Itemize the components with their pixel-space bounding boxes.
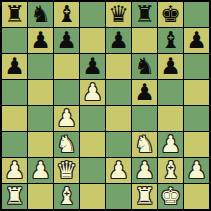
square-e2[interactable]: ♟	[106, 158, 131, 183]
square-f4[interactable]	[132, 106, 157, 131]
white-pawn-icon[interactable]: ♟	[56, 106, 77, 131]
white-rook-icon[interactable]: ♜	[4, 184, 25, 209]
square-d2[interactable]	[80, 158, 105, 183]
square-g8[interactable]: ♚	[158, 2, 183, 27]
square-g5[interactable]	[158, 80, 183, 105]
square-h6[interactable]	[184, 54, 209, 79]
square-g1[interactable]: ♚	[158, 184, 183, 209]
square-e7[interactable]: ♟	[106, 28, 131, 53]
square-f6[interactable]: ♞	[132, 54, 157, 79]
white-pawn-icon[interactable]: ♟	[134, 158, 155, 183]
square-d3[interactable]	[80, 132, 105, 157]
square-a1[interactable]: ♜	[2, 184, 27, 209]
white-bishop-icon[interactable]: ♝	[160, 158, 181, 183]
square-b6[interactable]	[28, 54, 53, 79]
square-d6[interactable]: ♟	[80, 54, 105, 79]
square-a5[interactable]	[2, 80, 27, 105]
square-c7[interactable]: ♟	[54, 28, 79, 53]
black-pawn-icon[interactable]: ♟	[82, 54, 103, 79]
square-c5[interactable]	[54, 80, 79, 105]
square-f8[interactable]: ♜	[132, 2, 157, 27]
square-e1[interactable]	[106, 184, 131, 209]
black-knight-icon[interactable]: ♞	[134, 54, 155, 79]
chess-board: ♜♞♝♛♜♚♟♟♟♝♟♟♟♞♟♟♟♟♞♞♟♟♟♛♟♟♝♟♜♝♜♚	[0, 0, 211, 211]
black-knight-icon[interactable]: ♞	[30, 2, 51, 27]
square-f3[interactable]: ♞	[132, 132, 157, 157]
white-knight-icon[interactable]: ♞	[134, 132, 155, 157]
square-a4[interactable]	[2, 106, 27, 131]
square-h3[interactable]	[184, 132, 209, 157]
square-h1[interactable]	[184, 184, 209, 209]
square-a7[interactable]	[2, 28, 27, 53]
square-h5[interactable]	[184, 80, 209, 105]
white-king-icon[interactable]: ♚	[160, 184, 181, 209]
square-b4[interactable]	[28, 106, 53, 131]
square-f7[interactable]	[132, 28, 157, 53]
square-f5[interactable]: ♟	[132, 80, 157, 105]
square-a6[interactable]: ♟	[2, 54, 27, 79]
white-knight-icon[interactable]: ♞	[56, 132, 77, 157]
square-h7[interactable]: ♟	[184, 28, 209, 53]
black-pawn-icon[interactable]: ♟	[160, 54, 181, 79]
white-bishop-icon[interactable]: ♝	[56, 184, 77, 209]
square-a3[interactable]	[2, 132, 27, 157]
black-pawn-icon[interactable]: ♟	[134, 80, 155, 105]
square-d7[interactable]	[80, 28, 105, 53]
square-c4[interactable]: ♟	[54, 106, 79, 131]
white-queen-icon[interactable]: ♛	[56, 158, 77, 183]
square-d5[interactable]: ♟	[80, 80, 105, 105]
black-rook-icon[interactable]: ♜	[134, 2, 155, 27]
square-f2[interactable]: ♟	[132, 158, 157, 183]
white-pawn-icon[interactable]: ♟	[160, 132, 181, 157]
black-pawn-icon[interactable]: ♟	[186, 28, 207, 53]
white-pawn-icon[interactable]: ♟	[186, 158, 207, 183]
black-pawn-icon[interactable]: ♟	[30, 28, 51, 53]
square-g3[interactable]: ♟	[158, 132, 183, 157]
square-b7[interactable]: ♟	[28, 28, 53, 53]
square-g6[interactable]: ♟	[158, 54, 183, 79]
square-c2[interactable]: ♛	[54, 158, 79, 183]
black-pawn-icon[interactable]: ♟	[4, 54, 25, 79]
square-e8[interactable]: ♛	[106, 2, 131, 27]
square-g7[interactable]: ♝	[158, 28, 183, 53]
square-b5[interactable]	[28, 80, 53, 105]
square-c3[interactable]: ♞	[54, 132, 79, 157]
square-h4[interactable]	[184, 106, 209, 131]
black-rook-icon[interactable]: ♜	[4, 2, 25, 27]
square-g4[interactable]	[158, 106, 183, 131]
black-pawn-icon[interactable]: ♟	[108, 28, 129, 53]
square-d8[interactable]	[80, 2, 105, 27]
square-c1[interactable]: ♝	[54, 184, 79, 209]
square-e6[interactable]	[106, 54, 131, 79]
white-pawn-icon[interactable]: ♟	[4, 158, 25, 183]
square-g2[interactable]: ♝	[158, 158, 183, 183]
square-c6[interactable]	[54, 54, 79, 79]
black-bishop-icon[interactable]: ♝	[56, 2, 77, 27]
square-b8[interactable]: ♞	[28, 2, 53, 27]
white-rook-icon[interactable]: ♜	[134, 184, 155, 209]
black-queen-icon[interactable]: ♛	[108, 2, 129, 27]
square-d1[interactable]	[80, 184, 105, 209]
black-king-icon[interactable]: ♚	[160, 2, 181, 27]
white-pawn-icon[interactable]: ♟	[108, 158, 129, 183]
white-pawn-icon[interactable]: ♟	[30, 158, 51, 183]
black-pawn-icon[interactable]: ♟	[56, 28, 77, 53]
square-h8[interactable]	[184, 2, 209, 27]
square-h2[interactable]: ♟	[184, 158, 209, 183]
square-e3[interactable]	[106, 132, 131, 157]
square-b3[interactable]	[28, 132, 53, 157]
square-f1[interactable]: ♜	[132, 184, 157, 209]
square-b1[interactable]	[28, 184, 53, 209]
black-bishop-icon[interactable]: ♝	[160, 28, 181, 53]
square-e5[interactable]	[106, 80, 131, 105]
square-c8[interactable]: ♝	[54, 2, 79, 27]
square-e4[interactable]	[106, 106, 131, 131]
square-d4[interactable]	[80, 106, 105, 131]
square-a8[interactable]: ♜	[2, 2, 27, 27]
square-b2[interactable]: ♟	[28, 158, 53, 183]
white-pawn-icon[interactable]: ♟	[82, 80, 103, 105]
square-a2[interactable]: ♟	[2, 158, 27, 183]
